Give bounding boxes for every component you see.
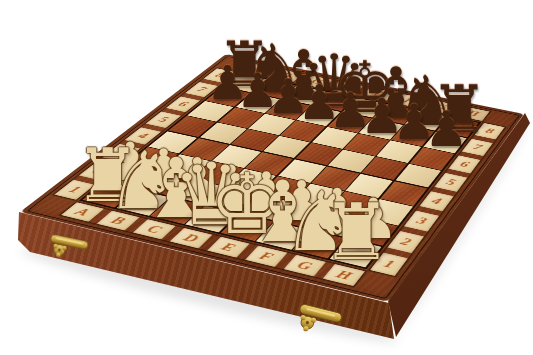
product-photo: ABCDEFGH ABCDEFGH 87654321 87654321 ♜♞♝♟…: [0, 0, 533, 355]
